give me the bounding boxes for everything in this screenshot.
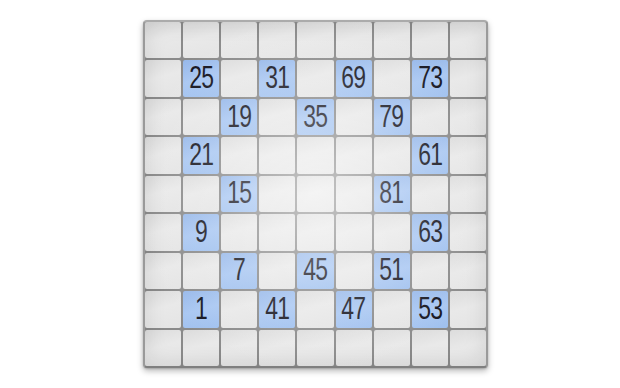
cell-r8c2: 1 (183, 291, 219, 327)
cell-r8c1[interactable] (145, 291, 181, 327)
clue-number: 47 (342, 293, 366, 326)
cell-r3c1[interactable] (145, 99, 181, 135)
cell-r4c5[interactable] (297, 137, 333, 173)
cell-r5c2[interactable] (183, 176, 219, 212)
clue-number: 19 (227, 101, 251, 134)
clue-number: 53 (418, 293, 442, 326)
cell-r8c9[interactable] (450, 291, 486, 327)
cell-r4c8: 61 (412, 137, 448, 173)
cell-r4c9[interactable] (450, 137, 486, 173)
cell-r2c8: 73 (412, 60, 448, 96)
cell-r1c4[interactable] (259, 22, 295, 58)
cell-r1c3[interactable] (221, 22, 257, 58)
cell-r9c3[interactable] (221, 330, 257, 366)
cell-r3c4[interactable] (259, 99, 295, 135)
cell-r5c7: 81 (374, 176, 410, 212)
cell-r6c4[interactable] (259, 214, 295, 250)
cell-r7c4[interactable] (259, 253, 295, 289)
cell-r3c2[interactable] (183, 99, 219, 135)
clue-number: 45 (303, 254, 327, 287)
clue-number: 73 (418, 62, 442, 95)
clue-number: 61 (418, 139, 442, 172)
page-background: 2531697319357921611581963745511414753 (0, 0, 620, 388)
cell-r9c6[interactable] (336, 330, 372, 366)
cell-r2c7[interactable] (374, 60, 410, 96)
cell-r4c6[interactable] (336, 137, 372, 173)
clue-number: 35 (303, 101, 327, 134)
cell-r7c5: 45 (297, 253, 333, 289)
cell-r4c1[interactable] (145, 137, 181, 173)
cell-r9c9[interactable] (450, 330, 486, 366)
cell-r4c7[interactable] (374, 137, 410, 173)
cell-r6c5[interactable] (297, 214, 333, 250)
cell-r2c2: 25 (183, 60, 219, 96)
clue-number: 79 (380, 101, 404, 134)
cell-r6c8: 63 (412, 214, 448, 250)
cell-r4c2: 21 (183, 137, 219, 173)
clue-number: 7 (233, 254, 245, 287)
cell-r7c8[interactable] (412, 253, 448, 289)
cell-r3c6[interactable] (336, 99, 372, 135)
cell-r7c7: 51 (374, 253, 410, 289)
cell-r9c8[interactable] (412, 330, 448, 366)
cell-r2c6: 69 (336, 60, 372, 96)
cell-r1c5[interactable] (297, 22, 333, 58)
cell-r6c7[interactable] (374, 214, 410, 250)
cell-r5c9[interactable] (450, 176, 486, 212)
cell-r9c5[interactable] (297, 330, 333, 366)
cell-r8c5[interactable] (297, 291, 333, 327)
cell-r8c7[interactable] (374, 291, 410, 327)
cell-r2c4: 31 (259, 60, 295, 96)
clue-number: 41 (265, 293, 289, 326)
clue-number: 51 (380, 254, 404, 287)
cell-r5c1[interactable] (145, 176, 181, 212)
cell-r3c5: 35 (297, 99, 333, 135)
cell-r1c6[interactable] (336, 22, 372, 58)
cell-r4c4[interactable] (259, 137, 295, 173)
cell-r9c2[interactable] (183, 330, 219, 366)
cell-r7c2[interactable] (183, 253, 219, 289)
cell-r9c4[interactable] (259, 330, 295, 366)
cell-r6c6[interactable] (336, 214, 372, 250)
clue-number: 69 (342, 62, 366, 95)
cell-r7c1[interactable] (145, 253, 181, 289)
cell-r1c1[interactable] (145, 22, 181, 58)
cell-r2c9[interactable] (450, 60, 486, 96)
cell-r6c3[interactable] (221, 214, 257, 250)
cell-r1c9[interactable] (450, 22, 486, 58)
cell-r7c6[interactable] (336, 253, 372, 289)
cell-r8c4: 41 (259, 291, 295, 327)
cell-r2c5[interactable] (297, 60, 333, 96)
cell-r6c9[interactable] (450, 214, 486, 250)
clue-number: 31 (265, 62, 289, 95)
clue-number: 63 (418, 216, 442, 249)
cell-r3c7: 79 (374, 99, 410, 135)
cell-r1c7[interactable] (374, 22, 410, 58)
clue-number: 9 (195, 216, 207, 249)
clue-number: 15 (227, 177, 251, 210)
cell-r3c9[interactable] (450, 99, 486, 135)
cell-r5c4[interactable] (259, 176, 295, 212)
cell-r8c8: 53 (412, 291, 448, 327)
cell-r6c2: 9 (183, 214, 219, 250)
cell-r1c2[interactable] (183, 22, 219, 58)
cell-r5c3: 15 (221, 176, 257, 212)
clue-number: 81 (380, 177, 404, 210)
hidato-board: 2531697319357921611581963745511414753 (143, 20, 488, 368)
cell-r8c3[interactable] (221, 291, 257, 327)
cell-r7c9[interactable] (450, 253, 486, 289)
clue-number: 1 (195, 293, 207, 326)
cell-r5c6[interactable] (336, 176, 372, 212)
cell-r1c8[interactable] (412, 22, 448, 58)
cell-r5c8[interactable] (412, 176, 448, 212)
cell-r9c7[interactable] (374, 330, 410, 366)
cell-r7c3: 7 (221, 253, 257, 289)
cell-r6c1[interactable] (145, 214, 181, 250)
cell-r9c1[interactable] (145, 330, 181, 366)
clue-number: 25 (189, 62, 213, 95)
cell-r2c3[interactable] (221, 60, 257, 96)
cell-r5c5[interactable] (297, 176, 333, 212)
cell-r2c1[interactable] (145, 60, 181, 96)
cell-r4c3[interactable] (221, 137, 257, 173)
cell-r8c6: 47 (336, 291, 372, 327)
cell-r3c8[interactable] (412, 99, 448, 135)
cell-r3c3: 19 (221, 99, 257, 135)
clue-number: 21 (189, 139, 213, 172)
